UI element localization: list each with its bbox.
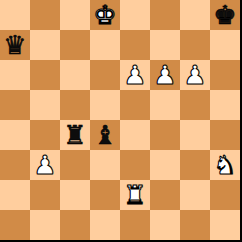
square-g1[interactable] — [180, 210, 210, 240]
square-g2[interactable] — [180, 180, 210, 210]
square-b4[interactable] — [30, 120, 60, 150]
piece-white-pawn[interactable]: ♟ — [123, 60, 146, 90]
square-b2[interactable] — [30, 180, 60, 210]
square-c4[interactable]: ♜ — [60, 120, 90, 150]
square-f3[interactable] — [150, 150, 180, 180]
square-a7[interactable]: ♛ — [0, 30, 30, 60]
square-c6[interactable] — [60, 60, 90, 90]
square-h1[interactable] — [210, 210, 240, 240]
square-c2[interactable] — [60, 180, 90, 210]
piece-white-pawn[interactable]: ♟ — [33, 150, 56, 180]
piece-black-bishop[interactable]: ♝ — [93, 120, 116, 150]
square-f7[interactable] — [150, 30, 180, 60]
square-b3[interactable]: ♟ — [30, 150, 60, 180]
square-e2[interactable]: ♜ — [120, 180, 150, 210]
square-b6[interactable] — [30, 60, 60, 90]
piece-white-knight[interactable]: ♞ — [213, 150, 236, 180]
square-e7[interactable] — [120, 30, 150, 60]
square-f8[interactable] — [150, 0, 180, 30]
square-g5[interactable] — [180, 90, 210, 120]
square-a8[interactable] — [0, 0, 30, 30]
square-c3[interactable] — [60, 150, 90, 180]
square-d7[interactable] — [90, 30, 120, 60]
square-h5[interactable] — [210, 90, 240, 120]
square-d4[interactable]: ♝ — [90, 120, 120, 150]
square-d6[interactable] — [90, 60, 120, 90]
square-a3[interactable] — [0, 150, 30, 180]
square-d5[interactable] — [90, 90, 120, 120]
square-g6[interactable]: ♟ — [180, 60, 210, 90]
square-a5[interactable] — [0, 90, 30, 120]
square-c7[interactable] — [60, 30, 90, 60]
square-g3[interactable] — [180, 150, 210, 180]
square-f1[interactable] — [150, 210, 180, 240]
piece-black-queen[interactable]: ♛ — [3, 30, 26, 60]
square-f2[interactable] — [150, 180, 180, 210]
square-e5[interactable] — [120, 90, 150, 120]
square-h2[interactable] — [210, 180, 240, 210]
piece-black-king[interactable]: ♚ — [213, 0, 236, 30]
square-a2[interactable] — [0, 180, 30, 210]
square-d1[interactable] — [90, 210, 120, 240]
square-g4[interactable] — [180, 120, 210, 150]
square-h8[interactable]: ♚ — [210, 0, 240, 30]
square-a1[interactable] — [0, 210, 30, 240]
square-f4[interactable] — [150, 120, 180, 150]
piece-white-pawn[interactable]: ♟ — [153, 60, 176, 90]
square-a4[interactable] — [0, 120, 30, 150]
square-f6[interactable]: ♟ — [150, 60, 180, 90]
piece-black-rook[interactable]: ♜ — [63, 120, 86, 150]
square-c1[interactable] — [60, 210, 90, 240]
square-b8[interactable] — [30, 0, 60, 30]
piece-white-king[interactable]: ♚ — [93, 0, 116, 30]
square-e6[interactable]: ♟ — [120, 60, 150, 90]
square-g8[interactable] — [180, 0, 210, 30]
square-d2[interactable] — [90, 180, 120, 210]
square-c8[interactable] — [60, 0, 90, 30]
square-f5[interactable] — [150, 90, 180, 120]
square-e8[interactable] — [120, 0, 150, 30]
square-d3[interactable] — [90, 150, 120, 180]
square-h7[interactable] — [210, 30, 240, 60]
square-d8[interactable]: ♚ — [90, 0, 120, 30]
square-b5[interactable] — [30, 90, 60, 120]
square-c5[interactable] — [60, 90, 90, 120]
square-h3[interactable]: ♞ — [210, 150, 240, 180]
square-b1[interactable] — [30, 210, 60, 240]
square-h6[interactable] — [210, 60, 240, 90]
square-b7[interactable] — [30, 30, 60, 60]
chess-board: ♚♚♛♟♟♟♜♝♟♞♜ — [0, 0, 240, 240]
chess-board-frame: ♚♚♛♟♟♟♜♝♟♞♜ — [0, 0, 242, 242]
square-h4[interactable] — [210, 120, 240, 150]
square-a6[interactable] — [0, 60, 30, 90]
piece-white-pawn[interactable]: ♟ — [183, 60, 206, 90]
square-g7[interactable] — [180, 30, 210, 60]
square-e1[interactable] — [120, 210, 150, 240]
square-e4[interactable] — [120, 120, 150, 150]
square-e3[interactable] — [120, 150, 150, 180]
piece-white-rook[interactable]: ♜ — [123, 180, 146, 210]
